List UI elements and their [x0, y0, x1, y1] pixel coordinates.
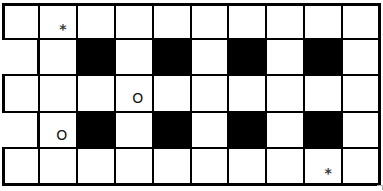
cell-r3c7[interactable]	[229, 76, 267, 113]
cell-r1c2[interactable]: *	[40, 3, 78, 40]
star-marker: *	[324, 166, 331, 180]
circle-marker: O	[56, 128, 67, 142]
cell-r2c2[interactable]	[40, 40, 78, 77]
cell-r1c4[interactable]	[116, 3, 154, 40]
cell-r5c5[interactable]	[154, 149, 192, 186]
cell-r4c4[interactable]	[116, 113, 154, 150]
puzzle-board: *OO*	[2, 3, 381, 186]
cell-r4c6[interactable]	[192, 113, 230, 150]
circle-marker: O	[132, 91, 143, 105]
cell-r5c7[interactable]	[229, 149, 267, 186]
puzzle-screenshot: *OO*	[0, 0, 383, 191]
cell-r1c8[interactable]	[267, 3, 305, 40]
cell-r1c9[interactable]	[305, 3, 343, 40]
cell-r2c1[interactable]	[2, 40, 40, 77]
cell-r3c1[interactable]	[2, 76, 40, 113]
cell-r5c2[interactable]	[40, 149, 78, 186]
cell-r5c9[interactable]: *	[305, 149, 343, 186]
cell-r5c8[interactable]	[267, 149, 305, 186]
cell-r5c4[interactable]	[116, 149, 154, 186]
cell-r5c3[interactable]	[78, 149, 116, 186]
star-marker: *	[59, 22, 66, 36]
cell-r3c8[interactable]	[267, 76, 305, 113]
cell-r3c9[interactable]	[305, 76, 343, 113]
cell-r4c1[interactable]	[2, 113, 40, 150]
cell-r5c10[interactable]	[343, 149, 381, 186]
cell-r3c3[interactable]	[78, 76, 116, 113]
blocked-cell-r2c9[interactable]	[305, 40, 343, 77]
cell-r4c8[interactable]	[267, 113, 305, 150]
cell-r1c7[interactable]	[229, 3, 267, 40]
blocked-cell-r4c5[interactable]	[154, 113, 192, 150]
cell-r1c1[interactable]	[2, 3, 40, 40]
cell-r4c10[interactable]	[343, 113, 381, 150]
blocked-cell-r4c3[interactable]	[78, 113, 116, 150]
cell-r4c2[interactable]: O	[40, 113, 78, 150]
cell-r2c10[interactable]	[343, 40, 381, 77]
blocked-cell-r2c5[interactable]	[154, 40, 192, 77]
cell-r5c1[interactable]	[2, 149, 40, 186]
cell-r2c8[interactable]	[267, 40, 305, 77]
cell-r3c10[interactable]	[343, 76, 381, 113]
corner-mark	[377, 185, 383, 190]
cell-r5c6[interactable]	[192, 149, 230, 186]
cell-r1c6[interactable]	[192, 3, 230, 40]
blocked-cell-r4c7[interactable]	[229, 113, 267, 150]
cell-r1c10[interactable]	[343, 3, 381, 40]
cell-r2c6[interactable]	[192, 40, 230, 77]
blocked-cell-r4c9[interactable]	[305, 113, 343, 150]
blocked-cell-r2c3[interactable]	[78, 40, 116, 77]
blocked-cell-r2c7[interactable]	[229, 40, 267, 77]
cell-r3c2[interactable]	[40, 76, 78, 113]
cell-r2c4[interactable]	[116, 40, 154, 77]
cell-r3c6[interactable]	[192, 76, 230, 113]
cell-r1c3[interactable]	[78, 3, 116, 40]
cell-r1c5[interactable]	[154, 3, 192, 40]
cell-r3c4[interactable]: O	[116, 76, 154, 113]
cell-r3c5[interactable]	[154, 76, 192, 113]
